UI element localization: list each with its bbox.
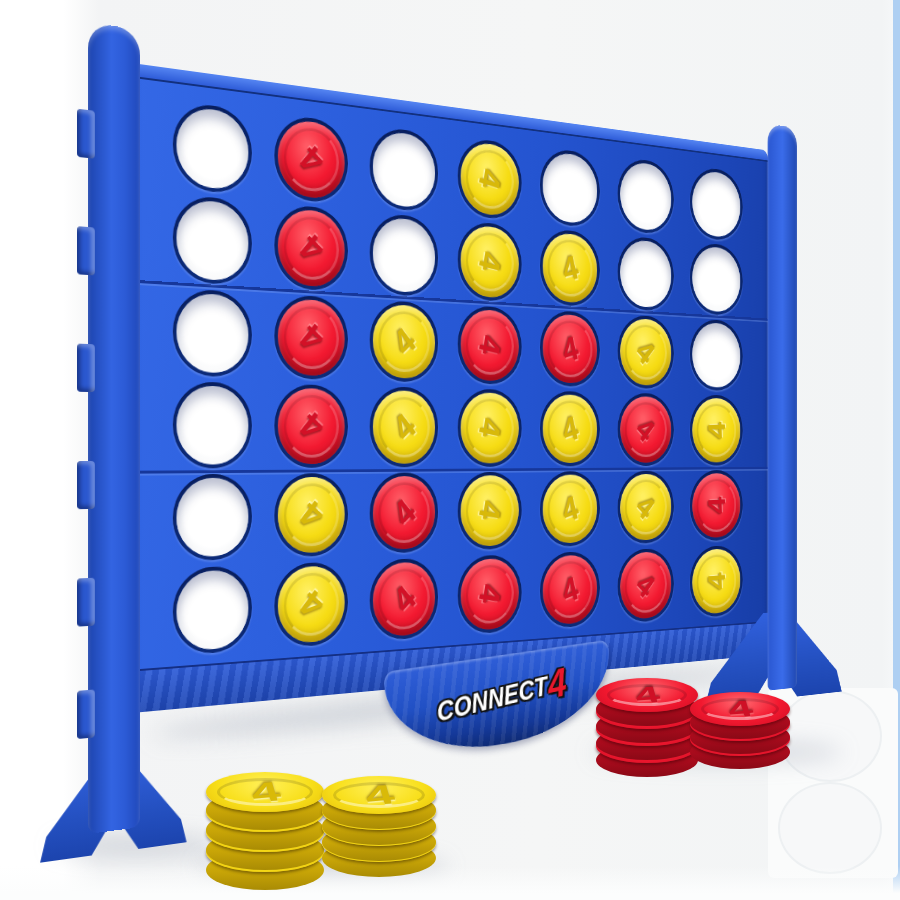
board-face: 4444444444444444444444444444 CONNECT 4	[132, 63, 767, 713]
disc-face: 4	[206, 772, 324, 812]
board-cell-r2-c7	[690, 242, 743, 316]
red-disc: 4	[543, 554, 597, 625]
board-hole: 4	[458, 305, 522, 385]
disc-numeral: 4	[387, 493, 421, 533]
board-hole: 4	[458, 221, 522, 303]
board-cell-r4-c1	[173, 381, 252, 468]
disc-numeral: 4	[559, 330, 581, 367]
board-hole: 4	[540, 471, 600, 547]
board-hole: 4	[369, 299, 437, 382]
board-cell-r5-c5: 4	[540, 471, 600, 547]
board-cell-r1-c6	[617, 157, 673, 236]
disc-numeral: 4	[704, 421, 728, 439]
disc-numeral: 4	[474, 416, 505, 441]
board-hole: 4	[617, 314, 673, 389]
board-hole: 4	[690, 470, 743, 542]
board-cell-r3-c2: 4	[275, 294, 348, 380]
yellow-disc-stack-1: 4	[206, 772, 324, 900]
yellow-disc: 4	[543, 232, 597, 304]
disc-numeral: 4	[294, 228, 330, 269]
disc-numeral: 4	[559, 250, 581, 287]
board-hole	[369, 126, 437, 214]
disc-numeral: 4	[474, 499, 505, 523]
board-hole	[173, 381, 252, 468]
board-cell-r6-c5: 4	[540, 551, 600, 629]
disc-numeral: 4	[294, 317, 330, 358]
disc-numeral: 4	[294, 140, 330, 181]
board-cell-r1-c1	[173, 101, 252, 196]
board-hole: 4	[275, 473, 348, 558]
disc-numeral: 4	[632, 567, 660, 603]
red-disc: 4	[692, 473, 740, 538]
disc-numeral: 4	[387, 579, 421, 618]
empty-hole	[177, 478, 249, 558]
red-disc-stack-1: 4	[596, 678, 698, 778]
board-hole: 4	[617, 548, 673, 624]
board-cell-r3-c3: 4	[369, 299, 437, 382]
yellow-disc: 4	[620, 318, 671, 386]
board-cell-r6-c2: 4	[275, 561, 348, 648]
post-latch-tab	[77, 578, 95, 627]
board-cell-r3-c4: 4	[458, 305, 522, 385]
board-cell-r6-c4: 4	[458, 554, 522, 635]
board-hole	[173, 474, 252, 562]
red-disc: 4	[278, 208, 345, 289]
board-cell-r2-c2: 4	[275, 204, 348, 293]
board-hole: 4	[275, 294, 348, 380]
board-cell-r2-c1	[173, 194, 252, 286]
board-cell-r5-c2: 4	[275, 473, 348, 558]
board-hole: 4	[369, 557, 437, 641]
board-hole: 4	[458, 137, 522, 222]
board-hole: 4	[275, 204, 348, 293]
board-cell-r2-c5: 4	[540, 228, 600, 308]
disc-numeral: 4	[294, 494, 330, 536]
board-cell-r5-c6: 4	[617, 471, 673, 545]
board-cell-r6-c7: 4	[690, 545, 743, 618]
post-latch-tab	[77, 109, 95, 159]
red-disc: 4	[278, 118, 345, 201]
empty-hole	[692, 322, 740, 388]
board-hole	[690, 242, 743, 316]
disc-numeral: 4	[387, 321, 421, 361]
yellow-disc: 4	[543, 394, 597, 463]
board-left-post	[88, 22, 140, 834]
empty-hole	[177, 105, 249, 191]
disc-numeral: 4	[474, 332, 505, 358]
yellow-disc: 4	[543, 475, 597, 545]
empty-hole	[177, 199, 249, 283]
board-cell-r5-c3: 4	[369, 473, 437, 555]
disc-numeral: 4	[559, 571, 581, 609]
board-cell-r4-c6: 4	[617, 393, 673, 466]
logo-numeral: 4	[545, 658, 568, 708]
red-disc: 4	[461, 557, 519, 631]
post-latch-tab	[77, 344, 95, 393]
board-hole	[690, 318, 743, 391]
post-latch-tab	[77, 461, 95, 509]
board-cell-r2-c4: 4	[458, 221, 522, 303]
empty-hole	[692, 246, 740, 314]
yellow-disc: 4	[692, 548, 740, 615]
empty-hole	[177, 292, 249, 374]
empty-hole	[543, 151, 597, 225]
empty-hole	[692, 169, 740, 238]
yellow-disc: 4	[278, 565, 345, 644]
board-cell-r4-c7: 4	[690, 395, 743, 466]
red-disc: 4	[373, 561, 435, 638]
board-grid: 4444444444444444444444444444	[161, 96, 751, 659]
board-hole: 4	[458, 554, 522, 635]
disc-face: 4	[322, 776, 436, 814]
disc-numeral: 4	[474, 582, 505, 605]
disc-numeral: 4	[631, 683, 662, 708]
board-hole: 4	[369, 386, 437, 467]
logo-word: CONNECT	[435, 670, 549, 727]
board-hole: 4	[617, 471, 673, 545]
yellow-disc: 4	[461, 141, 519, 218]
red-disc: 4	[620, 396, 671, 463]
board-cell-r6-c3: 4	[369, 557, 437, 641]
disc-numeral: 4	[724, 697, 755, 722]
board-cell-r3-c5: 4	[540, 310, 600, 388]
red-disc: 4	[543, 313, 597, 384]
post-latch-tab	[77, 689, 95, 739]
yellow-disc: 4	[461, 392, 519, 463]
board-cell-r1-c4: 4	[458, 137, 522, 222]
board-hole: 4	[275, 114, 348, 205]
board-hole: 4	[540, 310, 600, 388]
board-hole: 4	[540, 228, 600, 308]
board-cell-r4-c4: 4	[458, 389, 522, 467]
empty-hole	[177, 385, 249, 464]
disc-numeral: 4	[632, 334, 660, 370]
yellow-disc: 4	[373, 390, 435, 464]
disc-numeral: 4	[387, 407, 421, 447]
board-hole: 4	[275, 384, 348, 468]
board-cell-r4-c3: 4	[369, 386, 437, 467]
disc-numeral: 4	[704, 496, 728, 515]
board-hole	[540, 147, 600, 229]
disc-numeral: 4	[632, 412, 660, 448]
board-hole	[173, 288, 252, 378]
empty-hole	[373, 130, 435, 210]
board-hole: 4	[540, 551, 600, 629]
board-hole	[173, 565, 252, 656]
yellow-disc: 4	[461, 476, 519, 548]
board-cell-r1-c7	[690, 166, 743, 242]
board-hole: 4	[275, 561, 348, 648]
red-disc: 4	[620, 551, 671, 620]
yellow-disc: 4	[620, 474, 671, 541]
empty-hole	[373, 216, 435, 294]
yellow-disc: 4	[373, 303, 435, 379]
yellow-disc: 4	[692, 398, 740, 463]
board-cell-r3-c6: 4	[617, 314, 673, 389]
board-hole: 4	[540, 391, 600, 467]
board-cell-r5-c4: 4	[458, 472, 522, 551]
board-hole	[173, 101, 252, 196]
board-hole	[690, 166, 743, 242]
board-hole: 4	[690, 395, 743, 466]
yellow-disc-stack-2: 4	[322, 776, 436, 896]
disc-face: 4	[596, 678, 698, 712]
board-hole: 4	[458, 472, 522, 551]
board-right-post	[768, 124, 797, 691]
disc-numeral: 4	[294, 583, 330, 625]
board-cell-r3-c1	[173, 288, 252, 378]
board-hole: 4	[458, 389, 522, 467]
disc-numeral: 4	[704, 571, 728, 591]
red-disc: 4	[461, 308, 519, 381]
post-latch-tab	[77, 226, 95, 275]
disc-numeral: 4	[559, 410, 581, 447]
board-cell-r4-c2: 4	[275, 384, 348, 468]
disc-numeral: 4	[361, 780, 398, 809]
disc-numeral: 4	[632, 489, 660, 525]
board-cell-r2-c6	[617, 235, 673, 312]
board-cell-r4-c5: 4	[540, 391, 600, 467]
board-cell-r2-c3	[369, 213, 437, 298]
disc-numeral: 4	[474, 249, 505, 276]
disc-numeral: 4	[474, 166, 505, 194]
empty-hole	[620, 160, 671, 232]
connect4-logo: CONNECT 4	[434, 658, 568, 736]
disc-numeral: 4	[294, 406, 330, 447]
board-cell-r1-c3	[369, 126, 437, 214]
board-cell-r3-c7	[690, 318, 743, 391]
board-hole	[617, 157, 673, 236]
yellow-disc: 4	[461, 224, 519, 299]
board-hole: 4	[369, 473, 437, 555]
board-hole	[173, 194, 252, 286]
red-disc: 4	[278, 388, 345, 465]
connect4-product-photo: 4444444444444444444444444444 CONNECT 4 4…	[0, 0, 900, 900]
board-cell-r6-c1	[173, 565, 252, 656]
board-cell-r1-c2: 4	[275, 114, 348, 205]
red-disc-stack-2: 4	[690, 692, 790, 782]
red-disc: 4	[278, 298, 345, 377]
board-hole	[617, 235, 673, 312]
empty-hole	[177, 569, 249, 652]
yellow-disc: 4	[278, 477, 345, 554]
background-faint-circle	[778, 782, 882, 874]
disc-numeral: 4	[559, 491, 581, 528]
board-hole	[369, 213, 437, 298]
board-cell-r1-c5	[540, 147, 600, 229]
board-cell-r5-c1	[173, 474, 252, 562]
disc-numeral: 4	[247, 777, 284, 806]
board-hole: 4	[617, 393, 673, 466]
board-cell-r5-c7: 4	[690, 470, 743, 542]
board-hole: 4	[690, 545, 743, 618]
empty-hole	[620, 239, 671, 309]
board-cell-r6-c6: 4	[617, 548, 673, 624]
red-disc: 4	[373, 476, 435, 550]
disc-face: 4	[690, 692, 790, 726]
